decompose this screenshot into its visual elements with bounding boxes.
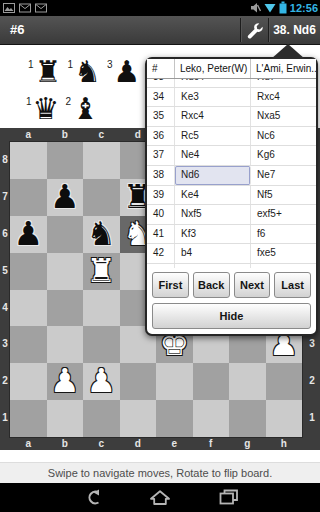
- file-label-e: e: [156, 437, 193, 450]
- clock: 12:56: [290, 2, 318, 14]
- captured-piece-icon: ♞: [74, 55, 101, 89]
- rank-label-1: 1: [0, 400, 10, 437]
- move-table-header: # Leko, Peter(W) L'Ami, Erwin...: [147, 59, 316, 79]
- move-row-37: 37Ne4Kg6: [147, 146, 316, 166]
- move-table-rows: 33Rdc4Rd7+34Ke3Rxc435Rxc4Nxa536Rc5Nc637N…: [147, 79, 316, 268]
- status-bar: 12:56: [0, 0, 320, 16]
- rank-label-2: 2: [0, 363, 10, 400]
- move-row-40: 40Nxf5exf5+: [147, 205, 316, 225]
- file-label-c: c: [83, 437, 120, 450]
- first-button[interactable]: First: [152, 272, 189, 298]
- header-black-player: L'Ami, Erwin...: [251, 59, 316, 78]
- square-h2[interactable]: [266, 363, 303, 400]
- file-label-f: f: [193, 437, 230, 450]
- rank-label-4: 4: [0, 290, 10, 327]
- square-e1[interactable]: [156, 400, 193, 437]
- move-row-34: 34Ke3Rxc4: [147, 88, 316, 108]
- captured-piece-icon: ♜: [35, 55, 62, 89]
- wifi-icon: [264, 2, 276, 14]
- captured-count: 1: [26, 96, 32, 107]
- square-a8[interactable]: [10, 142, 47, 179]
- popup-anchor-arrow: [271, 44, 305, 59]
- piece-black-pawn: ♟: [10, 216, 47, 252]
- tools-button[interactable]: [241, 16, 268, 44]
- square-b8[interactable]: [47, 142, 84, 179]
- hint-strip: Swipe to navigate moves, Rotate to flip …: [0, 450, 320, 483]
- home-icon: [149, 489, 171, 506]
- wrench-icon: [246, 22, 263, 39]
- move-table-viewport[interactable]: 33Rdc4Rd7+34Ke3Rxc435Rxc4Nxa536Rc5Nc637N…: [147, 79, 316, 268]
- file-labels-bottom: abcdefgh: [10, 437, 302, 450]
- file-label-b: b: [47, 128, 84, 142]
- home-button-nav[interactable]: [148, 489, 172, 506]
- email-icon: [35, 2, 47, 14]
- app-screen: 12:56 #6 38. Nd6 1♜1♞3♟ 1♛2♝ abcdefgh 87…: [0, 0, 320, 512]
- rank-label-8: 8: [0, 142, 10, 179]
- file-label-b: b: [47, 437, 84, 450]
- square-a3[interactable]: [10, 326, 47, 363]
- move-number: 41: [147, 225, 175, 244]
- captured-row-1: 1♜1♞3♟: [28, 55, 140, 89]
- square-b5[interactable]: [47, 253, 84, 290]
- captured-black-q: 1♛: [26, 92, 59, 126]
- piece-white-rook: ♜: [83, 253, 120, 289]
- file-label-c: c: [83, 128, 120, 142]
- square-c1[interactable]: [83, 400, 120, 437]
- move-cell-black[interactable]: f6: [251, 225, 316, 244]
- last-button[interactable]: Last: [274, 272, 311, 298]
- captured-black-n: 1♞: [67, 55, 100, 89]
- move-list-popup: # Leko, Peter(W) L'Ami, Erwin... 33Rdc4R…: [145, 57, 318, 336]
- move-cell-white[interactable]: Nxf5: [175, 205, 251, 224]
- move-cell-white[interactable]: Ke4: [175, 186, 251, 205]
- square-c7[interactable]: [83, 179, 120, 216]
- navigation-bar: [0, 483, 320, 512]
- square-a1[interactable]: [10, 400, 47, 437]
- back-button-nav[interactable]: [82, 489, 106, 506]
- square-b3[interactable]: [47, 326, 84, 363]
- file-label-h: h: [266, 437, 303, 450]
- square-b4[interactable]: [47, 290, 84, 327]
- square-a6[interactable]: ♟: [10, 216, 47, 253]
- mute-icon: [250, 2, 261, 14]
- square-e2[interactable]: [156, 363, 193, 400]
- back-icon: [83, 489, 105, 506]
- square-a5[interactable]: [10, 253, 47, 290]
- square-c8[interactable]: [83, 142, 120, 179]
- square-a7[interactable]: [10, 179, 47, 216]
- square-f2[interactable]: [193, 363, 230, 400]
- move-number: 35: [147, 107, 175, 126]
- captured-count: 3: [107, 59, 113, 70]
- move-cell-white[interactable]: Ke3: [175, 88, 251, 107]
- file-label-g: g: [229, 437, 266, 450]
- rank-label-3: 3: [0, 326, 10, 363]
- rank-labels-left: 87654321: [0, 142, 10, 437]
- move-row-38: 38Nd6Ne7: [147, 166, 316, 186]
- move-cell-black[interactable]: [251, 264, 316, 268]
- page-title: #6: [10, 16, 24, 44]
- move-cell-black[interactable]: fxe5: [251, 244, 316, 263]
- move-number: 43: [147, 264, 175, 268]
- square-c5[interactable]: ♜: [83, 253, 120, 290]
- move-cell-black[interactable]: Nc6: [251, 127, 316, 146]
- move-cell-black[interactable]: Nf5: [251, 186, 316, 205]
- hide-button[interactable]: Hide: [152, 303, 311, 329]
- square-b6[interactable]: [47, 216, 84, 253]
- move-cell-white[interactable]: b4: [175, 244, 251, 263]
- notification-icons: [3, 2, 47, 14]
- move-cell-white[interactable]: Kf3: [175, 225, 251, 244]
- move-number: 42: [147, 244, 175, 263]
- rank-label-7: 7: [0, 179, 10, 216]
- move-cell-black[interactable]: Kg6: [251, 146, 316, 165]
- square-g2[interactable]: [229, 363, 266, 400]
- move-number: 38: [147, 166, 175, 185]
- move-number: 34: [147, 88, 175, 107]
- move-row-41: 41Kf3f6: [147, 225, 316, 245]
- move-cell-white[interactable]: Rxc4: [175, 107, 251, 126]
- square-b2[interactable]: ♟: [47, 363, 84, 400]
- piece-black-pawn: ♟: [47, 179, 84, 215]
- recents-icon: [218, 489, 240, 506]
- move-cell-black[interactable]: Rxc4: [251, 88, 316, 107]
- move-cell-white[interactable]: Ne4: [175, 146, 251, 165]
- move-row-36: 36Rc5Nc6: [147, 127, 316, 147]
- move-row-33: 33Rdc4Rd7+: [147, 79, 316, 88]
- move-cell-white[interactable]: Nd6: [175, 166, 251, 185]
- move-number: 37: [147, 146, 175, 165]
- move-cell-white[interactable]: Rc5: [175, 127, 251, 146]
- recents-button-nav[interactable]: [217, 489, 241, 506]
- file-label-a: a: [10, 437, 47, 450]
- popup-nav-buttons: First Back Next Last: [152, 272, 311, 298]
- piece-white-pawn: ♟: [47, 363, 84, 399]
- picture-icon: [3, 2, 15, 14]
- battery-icon: [279, 1, 287, 14]
- square-f1[interactable]: [193, 400, 230, 437]
- square-c4[interactable]: [83, 290, 120, 327]
- square-h1[interactable]: [266, 400, 303, 437]
- square-d1[interactable]: [120, 400, 157, 437]
- piece-white-pawn: ♟: [83, 363, 120, 399]
- hint-text: Swipe to navigate moves, Rotate to flip …: [0, 462, 320, 483]
- captured-row-2: 1♛2♝: [26, 92, 99, 126]
- captured-black-p: 3♟: [107, 55, 140, 89]
- file-label-d: d: [120, 437, 157, 450]
- move-cell-white[interactable]: Rdc4: [175, 79, 251, 87]
- square-g1[interactable]: [229, 400, 266, 437]
- move-cell-black[interactable]: Nxa5: [251, 107, 316, 126]
- app-bar: #6 38. Nd6: [0, 16, 320, 45]
- move-number: 39: [147, 186, 175, 205]
- piece-black-knight: ♞: [83, 216, 120, 252]
- header-move-number: #: [147, 59, 175, 78]
- square-a2[interactable]: [10, 363, 47, 400]
- square-c2[interactable]: ♟: [83, 363, 120, 400]
- move-number: 36: [147, 127, 175, 146]
- rank-label-6: 6: [0, 216, 10, 253]
- square-a4[interactable]: [10, 290, 47, 327]
- rank-label-2: 2: [304, 363, 320, 400]
- rank-label-1: 1: [304, 400, 320, 437]
- captured-piece-icon: ♟: [114, 55, 141, 89]
- move-cell-black[interactable]: Rd7+: [251, 79, 316, 87]
- email-icon: [19, 2, 31, 14]
- captured-black-r: 1♜: [28, 55, 61, 89]
- captured-piece-icon: ♛: [33, 92, 60, 126]
- captured-count: 1: [28, 59, 34, 70]
- captured-piece-icon: ♝: [72, 92, 99, 126]
- captured-count: 1: [67, 59, 73, 70]
- move-cell-black[interactable]: Ne7: [251, 166, 316, 185]
- back-button[interactable]: Back: [193, 272, 230, 298]
- move-number: 33: [147, 79, 175, 87]
- captured-black-b: 2♝: [65, 92, 98, 126]
- square-c3[interactable]: [83, 326, 120, 363]
- next-button[interactable]: Next: [234, 272, 271, 298]
- rank-label-5: 5: [0, 253, 10, 290]
- move-cell-black[interactable]: exf5+: [251, 205, 316, 224]
- square-c6[interactable]: ♞: [83, 216, 120, 253]
- square-d2[interactable]: [120, 363, 157, 400]
- move-row-39: 39Ke4Nf5: [147, 186, 316, 206]
- move-row-42: 42b4fxe5: [147, 244, 316, 264]
- square-b1[interactable]: [47, 400, 84, 437]
- move-row-43: 43: [147, 264, 316, 268]
- current-move-button[interactable]: 38. Nd6: [269, 16, 320, 44]
- move-row-35: 35Rxc4Nxa5: [147, 107, 316, 127]
- header-white-player: Leko, Peter(W): [175, 59, 251, 78]
- file-label-a: a: [10, 128, 47, 142]
- captured-count: 2: [65, 96, 71, 107]
- move-cell-white[interactable]: [175, 264, 251, 268]
- move-number: 40: [147, 205, 175, 224]
- square-b7[interactable]: ♟: [47, 179, 84, 216]
